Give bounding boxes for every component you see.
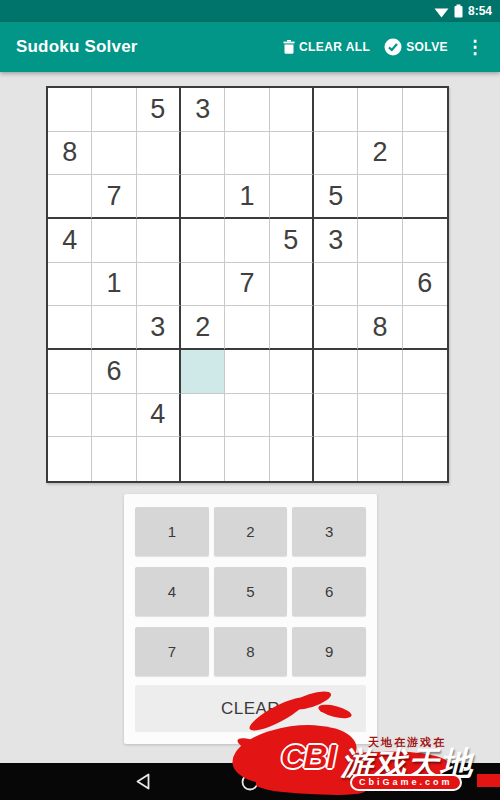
solve-label: SOLVE — [406, 40, 448, 54]
cell-r2c1[interactable]: 8 — [48, 132, 92, 176]
watermark-tagline: 天地在游戏在 — [368, 735, 446, 750]
numpad-keys: 123456789 — [135, 507, 366, 676]
cell-r6c7[interactable] — [314, 306, 358, 350]
cell-r2c4[interactable] — [181, 132, 225, 176]
cell-r4c4[interactable] — [181, 219, 225, 263]
cell-r5c4[interactable] — [181, 263, 225, 307]
cell-r7c5[interactable] — [225, 350, 269, 394]
cell-r3c4[interactable] — [181, 175, 225, 219]
cell-r2c6[interactable] — [270, 132, 314, 176]
clear-cell-button[interactable]: CLEAR — [135, 685, 366, 732]
cell-r9c4[interactable] — [181, 437, 225, 481]
cell-r9c8[interactable] — [358, 437, 402, 481]
cell-r8c9[interactable] — [403, 394, 447, 438]
cell-r4c8[interactable] — [358, 219, 402, 263]
cell-r7c4[interactable] — [181, 350, 225, 394]
recents-icon[interactable] — [347, 773, 363, 789]
cell-r2c3[interactable] — [137, 132, 181, 176]
navigation-bar — [0, 763, 500, 800]
cell-r3c8[interactable] — [358, 175, 402, 219]
numpad-key-7[interactable]: 7 — [135, 627, 209, 676]
cell-r8c1[interactable] — [48, 394, 92, 438]
numpad-key-8[interactable]: 8 — [214, 627, 288, 676]
cell-r2c2[interactable] — [92, 132, 136, 176]
cell-r5c5[interactable]: 7 — [225, 263, 269, 307]
cell-r1c2[interactable] — [92, 88, 136, 132]
clear-all-label: CLEAR ALL — [299, 40, 370, 54]
cell-r5c1[interactable] — [48, 263, 92, 307]
check-circle-icon — [384, 38, 402, 56]
cell-r7c1[interactable] — [48, 350, 92, 394]
app-bar: Sudoku Solver CLEAR ALL SOLVE ⋮ — [0, 22, 500, 72]
cell-r5c7[interactable] — [314, 263, 358, 307]
cell-r1c8[interactable] — [358, 88, 402, 132]
cell-r6c8[interactable]: 8 — [358, 306, 402, 350]
cell-r1c3[interactable]: 5 — [137, 88, 181, 132]
cell-r6c4[interactable]: 2 — [181, 306, 225, 350]
cell-r4c2[interactable] — [92, 219, 136, 263]
cell-r3c9[interactable] — [403, 175, 447, 219]
clear-all-button[interactable]: CLEAR ALL — [283, 40, 370, 54]
cell-r5c9[interactable]: 6 — [403, 263, 447, 307]
cell-r7c7[interactable] — [314, 350, 358, 394]
cell-r3c2[interactable]: 7 — [92, 175, 136, 219]
cell-r4c1[interactable]: 4 — [48, 219, 92, 263]
trash-icon — [283, 40, 295, 54]
cell-r1c1[interactable] — [48, 88, 92, 132]
numpad-card: 123456789 CLEAR — [124, 494, 377, 744]
cell-r1c9[interactable] — [403, 88, 447, 132]
cell-r5c2[interactable]: 1 — [92, 263, 136, 307]
overflow-menu-icon[interactable]: ⋮ — [462, 38, 488, 56]
cell-r9c1[interactable] — [48, 437, 92, 481]
cell-r6c9[interactable] — [403, 306, 447, 350]
cell-r6c6[interactable] — [270, 306, 314, 350]
cell-r1c4[interactable]: 3 — [181, 88, 225, 132]
cell-r7c8[interactable] — [358, 350, 402, 394]
cell-r6c1[interactable] — [48, 306, 92, 350]
cell-r4c7[interactable]: 3 — [314, 219, 358, 263]
numpad-key-5[interactable]: 5 — [214, 567, 288, 616]
page-title: Sudoku Solver — [16, 37, 283, 57]
cell-r7c3[interactable] — [137, 350, 181, 394]
cell-r1c5[interactable] — [225, 88, 269, 132]
numpad-key-6[interactable]: 6 — [292, 567, 366, 616]
cell-r3c5[interactable]: 1 — [225, 175, 269, 219]
battery-icon — [454, 4, 463, 18]
cell-r4c3[interactable] — [137, 219, 181, 263]
cell-r2c5[interactable] — [225, 132, 269, 176]
cell-r8c7[interactable] — [314, 394, 358, 438]
solve-button[interactable]: SOLVE — [384, 38, 448, 56]
cell-r8c6[interactable] — [270, 394, 314, 438]
cell-r1c7[interactable] — [314, 88, 358, 132]
cell-r9c7[interactable] — [314, 437, 358, 481]
wifi-icon — [434, 5, 449, 18]
status-bar: 8:54 — [0, 0, 500, 22]
cell-r7c9[interactable] — [403, 350, 447, 394]
cell-r4c5[interactable] — [225, 219, 269, 263]
cell-r8c4[interactable] — [181, 394, 225, 438]
cell-r3c3[interactable] — [137, 175, 181, 219]
cell-r2c8[interactable]: 2 — [358, 132, 402, 176]
back-icon[interactable] — [136, 773, 150, 790]
cell-r5c6[interactable] — [270, 263, 314, 307]
cell-r2c9[interactable] — [403, 132, 447, 176]
cell-r6c5[interactable] — [225, 306, 269, 350]
app-actions: CLEAR ALL SOLVE ⋮ — [283, 38, 500, 56]
cell-r8c5[interactable] — [225, 394, 269, 438]
cell-r6c3[interactable]: 3 — [137, 306, 181, 350]
cell-r2c7[interactable] — [314, 132, 358, 176]
status-time: 8:54 — [468, 4, 492, 18]
cell-r9c2[interactable] — [92, 437, 136, 481]
cell-r5c3[interactable] — [137, 263, 181, 307]
cell-r8c2[interactable] — [92, 394, 136, 438]
cell-r9c3[interactable] — [137, 437, 181, 481]
sudoku-board: 538271545317632864 — [46, 86, 449, 483]
cell-r9c6[interactable] — [270, 437, 314, 481]
cell-r9c9[interactable] — [403, 437, 447, 481]
cell-r6c2[interactable] — [92, 306, 136, 350]
cell-r9c5[interactable] — [225, 437, 269, 481]
numpad-key-1[interactable]: 1 — [135, 507, 209, 556]
numpad-key-4[interactable]: 4 — [135, 567, 209, 616]
cell-r3c7[interactable]: 5 — [314, 175, 358, 219]
cell-r4c9[interactable] — [403, 219, 447, 263]
cell-r7c2[interactable]: 6 — [92, 350, 136, 394]
cell-r5c8[interactable] — [358, 263, 402, 307]
numpad-key-2[interactable]: 2 — [214, 507, 288, 556]
cell-r8c3[interactable]: 4 — [137, 394, 181, 438]
cell-r1c6[interactable] — [270, 88, 314, 132]
cell-r3c6[interactable] — [270, 175, 314, 219]
numpad-key-9[interactable]: 9 — [292, 627, 366, 676]
cell-r7c6[interactable] — [270, 350, 314, 394]
numpad-key-3[interactable]: 3 — [292, 507, 366, 556]
cell-r8c8[interactable] — [358, 394, 402, 438]
cell-r4c6[interactable]: 5 — [270, 219, 314, 263]
home-icon[interactable] — [241, 773, 259, 791]
cell-r3c1[interactable] — [48, 175, 92, 219]
